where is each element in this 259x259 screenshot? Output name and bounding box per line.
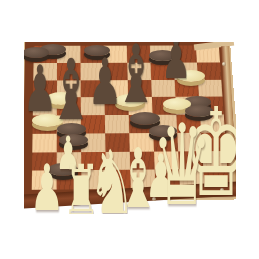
product-photo: ♟♝♟♝♟♟♟♜♞♝♟♛♚ — [0, 0, 259, 259]
board-scene: ♟♝♟♝♟♟♟♜♞♝♟♛♚ — [24, 42, 236, 214]
dark-pawn-c: ♟ — [159, 42, 193, 87]
dark-bishop-a: ♝ — [46, 48, 96, 132]
frame-screw — [222, 62, 226, 66]
white-rook: ♜ — [60, 156, 102, 214]
